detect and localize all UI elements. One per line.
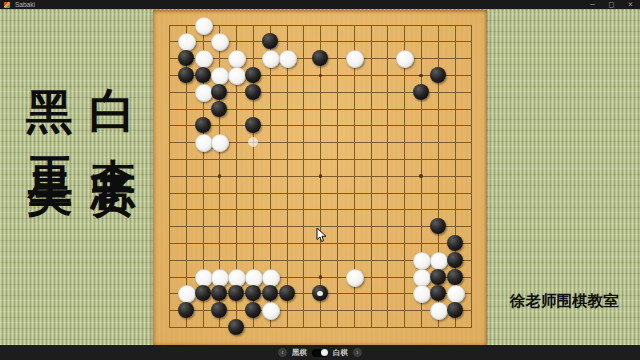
black-stone	[245, 285, 261, 301]
white-stone	[228, 50, 246, 68]
window-controls: – □ ×	[583, 0, 640, 9]
white-stone	[178, 285, 196, 303]
turn-toggle[interactable]	[312, 349, 328, 357]
black-stone	[178, 50, 194, 66]
grid-line	[169, 193, 472, 194]
black-stone	[447, 252, 463, 268]
grid-line	[169, 327, 472, 328]
black-stone	[195, 285, 211, 301]
grid-line	[371, 25, 372, 328]
black-stone	[447, 235, 463, 251]
white-stone	[279, 50, 297, 68]
white-stone	[413, 285, 431, 303]
black-stone	[245, 117, 261, 133]
black-stone	[228, 285, 244, 301]
window-title: Sabaki	[15, 0, 35, 9]
white-stone	[211, 269, 229, 287]
white-stone	[195, 134, 213, 152]
white-stone	[228, 269, 246, 287]
black-stone	[262, 33, 278, 49]
white-stone	[211, 33, 229, 51]
last-move-marker	[317, 291, 323, 297]
black-stone	[195, 67, 211, 83]
white-stone	[346, 50, 364, 68]
mouse-cursor-icon	[316, 228, 327, 243]
app-window: Sabaki – □ × 黑 白 王星昊 李志贤 徐老师围棋教室 ‹ 黑棋 白棋…	[0, 0, 640, 360]
black-stone	[245, 84, 261, 100]
white-player-name: 李志贤	[83, 122, 143, 143]
white-stone	[396, 50, 414, 68]
black-stone	[447, 269, 463, 285]
black-stone	[312, 285, 328, 301]
title-bar: Sabaki – □ ×	[0, 0, 640, 9]
close-button[interactable]: ×	[621, 0, 640, 9]
black-stone	[430, 285, 446, 301]
black-stone	[245, 302, 261, 318]
white-stone	[430, 252, 448, 270]
minimize-button[interactable]: –	[583, 0, 602, 9]
white-stone	[228, 67, 246, 85]
black-stone	[430, 269, 446, 285]
star-point	[319, 174, 323, 178]
black-stone	[279, 285, 295, 301]
white-turn-label: 白棋	[333, 348, 348, 358]
star-point	[218, 174, 222, 178]
black-stone	[211, 285, 227, 301]
star-point	[419, 74, 423, 78]
black-stone	[211, 302, 227, 318]
grid-line	[169, 243, 472, 244]
white-stone	[447, 285, 465, 303]
black-stone	[178, 67, 194, 83]
black-stone	[228, 319, 244, 335]
black-stone	[262, 285, 278, 301]
black-player-name: 王星昊	[20, 122, 80, 143]
app-icon	[4, 2, 10, 8]
black-stone	[413, 84, 429, 100]
ghost-stone	[248, 137, 258, 147]
star-point	[419, 174, 423, 178]
white-stone	[413, 252, 431, 270]
turn-toggle-knob	[321, 349, 328, 356]
grid-line	[471, 25, 472, 328]
white-stone	[195, 269, 213, 287]
white-stone	[245, 269, 263, 287]
white-stone	[430, 302, 448, 320]
black-stone	[178, 302, 194, 318]
white-stone	[413, 269, 431, 287]
black-turn-label: 黑棋	[292, 348, 307, 358]
play-bar: ‹ 黑棋 白棋 ›	[0, 345, 640, 360]
maximize-button[interactable]: □	[602, 0, 621, 9]
black-stone	[195, 117, 211, 133]
black-stone	[245, 67, 261, 83]
white-stone	[211, 134, 229, 152]
white-stone	[262, 50, 280, 68]
black-stone	[430, 218, 446, 234]
grid-line	[387, 25, 388, 328]
white-stone	[195, 17, 213, 35]
black-stone	[430, 67, 446, 83]
black-stone	[447, 302, 463, 318]
white-stone	[262, 269, 280, 287]
grid-line	[404, 25, 405, 328]
grid-line	[337, 25, 338, 328]
classroom-caption: 徐老师围棋教室	[510, 291, 619, 312]
star-point	[319, 74, 323, 78]
white-stone	[195, 84, 213, 102]
white-stone	[346, 269, 364, 287]
white-stone	[262, 302, 280, 320]
black-stone	[211, 84, 227, 100]
white-stone	[195, 50, 213, 68]
black-stone	[312, 50, 328, 66]
next-move-button[interactable]: ›	[353, 348, 362, 357]
previous-move-button[interactable]: ‹	[278, 348, 287, 357]
star-point	[319, 275, 323, 279]
black-stone	[211, 101, 227, 117]
white-stone	[211, 67, 229, 85]
grid-line	[169, 209, 472, 210]
white-stone	[178, 33, 196, 51]
go-board[interactable]	[153, 10, 487, 346]
